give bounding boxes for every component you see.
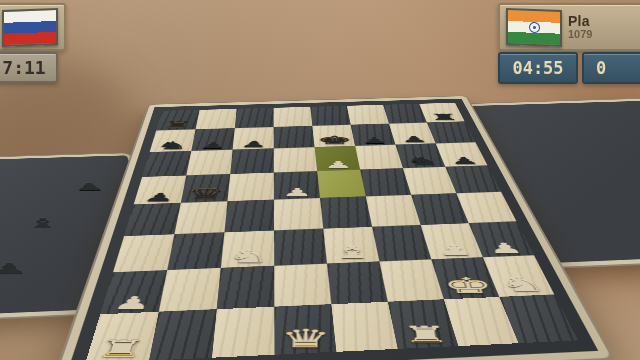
india-flag-icon: [506, 8, 562, 47]
square-c3[interactable]: ♞: [221, 230, 274, 267]
pawn-glyph: ♟: [0, 261, 28, 276]
square-a6[interactable]: [142, 151, 191, 177]
square-a3[interactable]: [113, 234, 174, 272]
white-rook-glyph: ♜: [397, 323, 456, 345]
white-pawn-glyph: ♟: [319, 160, 358, 170]
bishop-glyph: ♝: [25, 217, 60, 230]
square-c2[interactable]: [217, 266, 275, 309]
square-b6[interactable]: [186, 150, 232, 176]
square-d5[interactable]: ♟: [274, 171, 320, 200]
square-c8[interactable]: [235, 108, 274, 128]
chakra-icon: [529, 21, 540, 32]
captured-black-pawn: ♟: [0, 250, 28, 277]
square-c6[interactable]: [230, 149, 274, 174]
pawn-glyph: ♟: [73, 181, 106, 192]
piece-black-pawn-c7[interactable]: ♟: [234, 133, 272, 149]
clock-black: 04:55: [498, 52, 578, 84]
square-b1[interactable]: [149, 309, 217, 360]
white-pawn-glyph: ♟: [104, 295, 162, 312]
square-a4[interactable]: [124, 203, 181, 236]
piece-black-knight-g6[interactable]: ♞: [398, 147, 443, 168]
piece-white-bishop-e3[interactable]: ♝: [326, 232, 377, 263]
piece-black-pawn-b7[interactable]: ♟: [193, 134, 232, 150]
piece-black-pawn-g7[interactable]: ♟: [393, 129, 434, 145]
board-squares: ♜♜♞♟♟♚♟♟♟♞♟♟♛♟♞♝♟♟♟♚♞♜♛♜: [85, 103, 578, 360]
black-rook-glyph: ♜: [426, 113, 463, 122]
square-c1[interactable]: [212, 307, 274, 358]
square-d6[interactable]: [274, 147, 317, 172]
square-c4[interactable]: [224, 200, 274, 233]
white-knight-glyph: ♞: [494, 275, 551, 294]
square-d8[interactable]: [274, 107, 313, 127]
chess-board-scene: ♜♜♞♟♟♚♟♟♟♞♟♟♛♟♞♝♟♟♟♚♞♜♛♜: [118, 0, 522, 360]
square-b4[interactable]: [174, 201, 227, 234]
square-e1[interactable]: [331, 302, 397, 352]
white-bishop-glyph: ♝: [329, 244, 377, 261]
clock-white: 7:11: [0, 52, 58, 83]
piece-white-pawn-e6[interactable]: ♟: [317, 153, 358, 171]
black-king-glyph: ♚: [316, 134, 353, 145]
square-a8[interactable]: ♜: [156, 110, 199, 131]
square-e7[interactable]: ♚: [312, 125, 355, 147]
player-name-black: Pla: [568, 14, 592, 29]
square-a5[interactable]: ♟: [134, 175, 187, 204]
square-e5[interactable]: [317, 170, 366, 198]
square-d7[interactable]: [274, 126, 315, 149]
square-b7[interactable]: ♟: [191, 128, 235, 151]
piece-black-knight-a7[interactable]: ♞: [152, 133, 194, 152]
white-knight-glyph: ♞: [223, 248, 273, 265]
piece-white-rook-f1[interactable]: ♜: [392, 307, 456, 347]
clock-black-secondary: 0: [582, 52, 640, 84]
square-b3[interactable]: [167, 232, 224, 270]
piece-black-pawn-f7[interactable]: ♟: [354, 130, 394, 146]
black-rook-glyph: ♜: [158, 120, 197, 129]
piece-black-pawn-a5[interactable]: ♟: [136, 183, 183, 204]
square-a7[interactable]: ♞: [150, 129, 196, 152]
square-e8[interactable]: [310, 106, 350, 126]
black-pawn-glyph: ♟: [235, 140, 273, 149]
piece-white-pawn-d5[interactable]: ♟: [276, 179, 318, 199]
black-pawn-glyph: ♟: [356, 136, 394, 144]
player-panel-black: Pla 1079: [498, 3, 640, 51]
square-f8[interactable]: [347, 105, 389, 125]
square-b2[interactable]: [159, 268, 221, 312]
square-d2[interactable]: [274, 264, 331, 307]
piece-black-pawn-h6[interactable]: ♟: [440, 149, 485, 166]
square-d1[interactable]: ♛: [274, 304, 336, 354]
square-c5[interactable]: [228, 173, 274, 202]
white-queen-glyph: ♛: [277, 326, 333, 351]
piece-white-rook-a1[interactable]: ♜: [88, 320, 154, 360]
black-pawn-glyph: ♟: [193, 141, 232, 150]
piece-white-pawn-h3[interactable]: ♟: [475, 231, 532, 256]
black-pawn-glyph: ♟: [444, 156, 486, 165]
piece-black-rook-a8[interactable]: ♜: [158, 113, 197, 130]
piece-white-queen-d1[interactable]: ♛: [277, 309, 334, 354]
captured-black-pawn: ♟: [71, 174, 106, 193]
piece-white-pawn-g3[interactable]: ♟: [426, 233, 481, 259]
square-d3[interactable]: [274, 229, 327, 266]
square-c7[interactable]: ♟: [233, 127, 274, 150]
piece-black-rook-h8[interactable]: ♜: [422, 106, 463, 122]
square-e2[interactable]: [327, 262, 388, 305]
white-pawn-glyph: ♟: [430, 243, 481, 257]
square-e3[interactable]: ♝: [323, 227, 379, 264]
white-pawn-glyph: ♟: [276, 187, 318, 198]
piece-white-pawn-a2[interactable]: ♟: [103, 282, 162, 313]
white-king-glyph: ♚: [440, 275, 496, 297]
captured-black-bishop: ♝: [24, 208, 60, 231]
black-knight-glyph: ♞: [402, 155, 443, 166]
piece-black-queen-b5[interactable]: ♛: [183, 177, 228, 203]
black-queen-glyph: ♛: [183, 187, 228, 201]
square-d4[interactable]: [274, 198, 323, 230]
square-e6[interactable]: ♟: [315, 146, 361, 171]
black-knight-glyph: ♞: [152, 140, 193, 151]
square-e4[interactable]: [320, 196, 372, 228]
player-rating-black: 1079: [568, 29, 592, 41]
piece-black-king-e7[interactable]: ♚: [314, 126, 353, 147]
player-panel-white: yer-460 1044: [0, 3, 66, 51]
white-rook-glyph: ♜: [89, 337, 153, 360]
square-b5[interactable]: ♛: [181, 174, 230, 203]
russia-flag-icon: [2, 8, 58, 47]
white-pawn-glyph: ♟: [480, 241, 532, 255]
piece-white-knight-c3[interactable]: ♞: [223, 236, 272, 267]
square-b8[interactable]: [196, 109, 237, 130]
square-f7[interactable]: ♟: [351, 124, 396, 146]
black-pawn-glyph: ♟: [395, 135, 434, 143]
black-pawn-glyph: ♟: [136, 192, 182, 203]
